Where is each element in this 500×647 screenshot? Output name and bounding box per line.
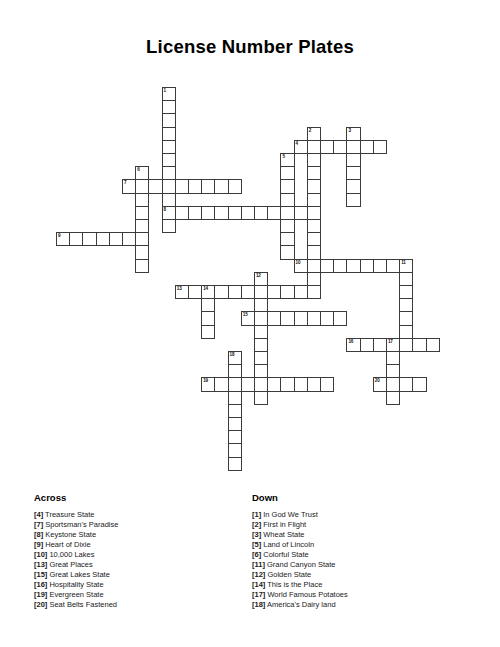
cell-number: 17 <box>388 339 393 344</box>
grid-cell[interactable] <box>386 391 400 405</box>
clue-text: Great Places <box>47 560 92 569</box>
cell-number: 1 <box>164 88 166 93</box>
clue-number: [12] <box>252 570 265 579</box>
across-clue-13: [13] Great Places <box>34 560 246 570</box>
grid-cell[interactable] <box>320 377 334 391</box>
cell-number: 16 <box>348 339 353 344</box>
grid-cell[interactable] <box>175 179 189 193</box>
grid-cell[interactable]: 19 <box>201 377 215 391</box>
grid-cell[interactable] <box>307 166 321 180</box>
grid-cell[interactable] <box>201 311 215 325</box>
grid-cell[interactable]: 6 <box>135 166 149 180</box>
worksheet-page: License Number Plates 478910111314151617… <box>0 0 500 647</box>
grid-cell[interactable] <box>228 285 242 299</box>
grid-cell[interactable]: 14 <box>201 285 215 299</box>
grid-cell[interactable] <box>373 259 387 273</box>
grid-cell[interactable] <box>201 325 215 339</box>
grid-cell[interactable] <box>162 193 176 207</box>
grid-cell[interactable] <box>214 179 228 193</box>
clue-number: [17] <box>252 590 265 599</box>
grid-cell[interactable] <box>267 377 281 391</box>
grid-cell[interactable] <box>307 140 321 154</box>
grid-cell[interactable] <box>267 206 281 220</box>
grid-cell[interactable] <box>254 298 268 312</box>
grid-cell[interactable] <box>280 179 294 193</box>
clue-text: Land of Lincoln <box>261 540 314 549</box>
cell-number: 20 <box>375 378 380 383</box>
grid-cell[interactable] <box>373 338 387 352</box>
grid-cell[interactable] <box>188 285 202 299</box>
cell-number: 18 <box>230 352 235 357</box>
clue-number: [18] <box>252 600 265 609</box>
grid-cell[interactable] <box>280 232 294 246</box>
grid-cell[interactable] <box>307 245 321 259</box>
grid-cell[interactable] <box>162 166 176 180</box>
grid-cell[interactable] <box>346 140 360 154</box>
grid-cell[interactable] <box>201 298 215 312</box>
grid-cell[interactable] <box>162 153 176 167</box>
grid-cell[interactable] <box>201 179 215 193</box>
grid-cell[interactable] <box>254 285 268 299</box>
clue-number: [8] <box>34 530 43 539</box>
down-header: Down <box>252 492 464 503</box>
grid-cell[interactable] <box>135 219 149 233</box>
down-clue-11: [11] Grand Canyon State <box>252 560 464 570</box>
grid-cell[interactable] <box>228 457 242 471</box>
grid-cell[interactable]: 17 <box>386 338 400 352</box>
grid-cell[interactable]: 16 <box>346 338 360 352</box>
across-header: Across <box>34 492 246 503</box>
grid-cell[interactable]: 5 <box>280 153 294 167</box>
grid-cell[interactable] <box>412 377 426 391</box>
clue-number: [20] <box>34 600 47 609</box>
grid-cell[interactable] <box>280 219 294 233</box>
grid-cell[interactable] <box>294 285 308 299</box>
clue-text: First in Flight <box>261 520 306 529</box>
grid-cell[interactable] <box>360 140 374 154</box>
grid-cell[interactable]: 9 <box>56 232 70 246</box>
across-clue-4: [4] Treasure State <box>34 510 246 520</box>
cell-number: 3 <box>348 128 350 133</box>
grid-cell[interactable] <box>254 391 268 405</box>
cell-number: 10 <box>296 260 301 265</box>
grid-cell[interactable] <box>214 377 228 391</box>
grid-cell[interactable] <box>307 219 321 233</box>
grid-cell[interactable] <box>386 377 400 391</box>
down-clue-6: [6] Colorful State <box>252 550 464 560</box>
grid-cell[interactable] <box>360 338 374 352</box>
grid-cell[interactable] <box>307 232 321 246</box>
grid-cell[interactable] <box>162 219 176 233</box>
grid-cell[interactable] <box>96 232 110 246</box>
grid-cell[interactable] <box>307 153 321 167</box>
grid-cell[interactable] <box>109 232 123 246</box>
grid-cell[interactable] <box>228 179 242 193</box>
crossword-grid: 4789101113141516171920123561218 <box>56 87 440 471</box>
grid-cell[interactable] <box>346 166 360 180</box>
cell-number: 9 <box>58 233 60 238</box>
grid-cell[interactable] <box>386 364 400 378</box>
clue-number: [10] <box>34 550 47 559</box>
cell-number: 5 <box>282 154 284 159</box>
across-clue-15: [15] Great Lakes State <box>34 570 246 580</box>
grid-cell[interactable] <box>346 193 360 207</box>
grid-cell[interactable] <box>135 259 149 273</box>
grid-cell[interactable] <box>346 259 360 273</box>
grid-cell[interactable] <box>228 364 242 378</box>
clue-number: [16] <box>34 580 47 589</box>
grid-cell[interactable] <box>267 285 281 299</box>
grid-cell[interactable]: 8 <box>162 206 176 220</box>
clue-text: Wheat State <box>261 530 304 539</box>
down-clue-1: [1] In God We Trust <box>252 510 464 520</box>
down-clue-5: [5] Land of Lincoln <box>252 540 464 550</box>
grid-cell[interactable] <box>82 232 96 246</box>
grid-cell[interactable] <box>201 206 215 220</box>
grid-cell[interactable] <box>307 377 321 391</box>
grid-cell[interactable] <box>175 206 189 220</box>
grid-cell[interactable] <box>399 298 413 312</box>
clue-number: [3] <box>252 530 261 539</box>
clue-text: America's Dairy land <box>265 600 335 609</box>
cell-number: 6 <box>137 167 139 172</box>
grid-cell[interactable] <box>333 311 347 325</box>
grid-cell[interactable] <box>346 179 360 193</box>
clue-text: Hospitality State <box>47 580 103 589</box>
grid-cell[interactable] <box>241 285 255 299</box>
grid-cell[interactable]: 11 <box>399 259 413 273</box>
across-clue-8: [8] Keystone State <box>34 530 246 540</box>
grid-cell[interactable] <box>241 206 255 220</box>
grid-cell[interactable] <box>307 311 321 325</box>
across-clue-9: [9] Heart of Dixie <box>34 540 246 550</box>
grid-cell[interactable] <box>280 311 294 325</box>
down-clue-18: [18] America's Dairy land <box>252 600 464 610</box>
clue-text: Treasure State <box>43 510 94 519</box>
clue-number: [6] <box>252 550 261 559</box>
cell-number: 19 <box>203 378 208 383</box>
grid-cell[interactable] <box>333 140 347 154</box>
across-clues-section: Across [4] Treasure State[7] Sportsman's… <box>34 492 246 610</box>
clue-number: [5] <box>252 540 261 549</box>
grid-cell[interactable] <box>320 140 334 154</box>
grid-cell[interactable] <box>122 232 136 246</box>
grid-cell[interactable] <box>280 377 294 391</box>
grid-cell[interactable] <box>162 140 176 154</box>
down-clue-list: [1] In God We Trust[2] First in Flight[3… <box>252 510 464 610</box>
across-clue-list: [4] Treasure State[7] Sportsman's Paradi… <box>34 510 246 610</box>
grid-cell[interactable] <box>228 377 242 391</box>
grid-cell[interactable] <box>320 311 334 325</box>
grid-cell[interactable] <box>412 338 426 352</box>
clue-text: Keystone State <box>43 530 96 539</box>
grid-cell[interactable]: 20 <box>373 377 387 391</box>
grid-cell[interactable] <box>280 206 294 220</box>
grid-cell[interactable] <box>228 443 242 457</box>
clue-text: Great Lakes State <box>47 570 110 579</box>
grid-cell[interactable] <box>386 259 400 273</box>
clue-text: 10,000 Lakes <box>47 550 94 559</box>
grid-cell[interactable] <box>373 140 387 154</box>
clue-number: [13] <box>34 560 47 569</box>
clue-text: This is the Place <box>265 580 322 589</box>
grid-cell[interactable] <box>241 377 255 391</box>
cell-number: 2 <box>309 128 311 133</box>
across-clue-16: [16] Hospitality State <box>34 580 246 590</box>
grid-cell[interactable] <box>254 364 268 378</box>
grid-cell[interactable] <box>254 351 268 365</box>
grid-cell[interactable] <box>188 179 202 193</box>
grid-cell[interactable] <box>254 311 268 325</box>
clue-number: [1] <box>252 510 261 519</box>
across-clue-7: [7] Sportsman's Paradise <box>34 520 246 530</box>
grid-cell[interactable]: 3 <box>346 127 360 141</box>
grid-cell[interactable] <box>399 377 413 391</box>
grid-cell[interactable] <box>162 179 176 193</box>
clue-text: Colorful State <box>261 550 309 559</box>
grid-cell[interactable] <box>162 100 176 114</box>
grid-cell[interactable] <box>360 259 374 273</box>
clue-text: World Famous Potatoes <box>265 590 347 599</box>
grid-cell[interactable] <box>228 430 242 444</box>
down-clue-14: [14] This is the Place <box>252 580 464 590</box>
grid-cell[interactable] <box>188 206 202 220</box>
grid-cell[interactable] <box>228 391 242 405</box>
cell-number: 4 <box>296 141 298 146</box>
clue-number: [2] <box>252 520 261 529</box>
grid-cell[interactable] <box>267 311 281 325</box>
grid-cell[interactable] <box>254 206 268 220</box>
grid-cell[interactable] <box>307 272 321 286</box>
grid-cell[interactable]: 10 <box>294 259 308 273</box>
grid-cell[interactable] <box>346 153 360 167</box>
cell-number: 11 <box>401 260 405 265</box>
grid-cell[interactable] <box>333 259 347 273</box>
cell-number: 13 <box>177 286 182 291</box>
grid-cell[interactable] <box>280 245 294 259</box>
grid-cell[interactable] <box>135 232 149 246</box>
grid-cell[interactable]: 1 <box>162 87 176 101</box>
grid-cell[interactable] <box>254 338 268 352</box>
grid-cell[interactable] <box>280 285 294 299</box>
grid-cell[interactable] <box>280 166 294 180</box>
grid-cell[interactable] <box>426 338 440 352</box>
grid-cell[interactable] <box>135 206 149 220</box>
grid-cell[interactable]: 2 <box>307 127 321 141</box>
grid-cell[interactable] <box>228 404 242 418</box>
down-clue-12: [12] Golden State <box>252 570 464 580</box>
grid-cell[interactable] <box>294 311 308 325</box>
grid-cell[interactable] <box>214 206 228 220</box>
cell-number: 15 <box>243 312 248 317</box>
grid-cell[interactable] <box>148 179 162 193</box>
grid-cell[interactable] <box>399 285 413 299</box>
grid-cell[interactable] <box>307 206 321 220</box>
grid-cell[interactable] <box>399 325 413 339</box>
grid-cell[interactable] <box>386 351 400 365</box>
grid-cell[interactable] <box>162 127 176 141</box>
clue-text: Heart of Dixie <box>43 540 91 549</box>
grid-cell[interactable] <box>399 311 413 325</box>
clue-number: [15] <box>34 570 47 579</box>
grid-cell[interactable] <box>307 285 321 299</box>
clue-text: Golden State <box>265 570 311 579</box>
grid-cell[interactable] <box>294 206 308 220</box>
clue-number: [14] <box>252 580 265 589</box>
puzzle-title: License Number Plates <box>0 36 500 58</box>
clue-text: Seat Belts Fastened <box>47 600 117 609</box>
grid-cell[interactable]: 4 <box>294 140 308 154</box>
grid-cell[interactable]: 15 <box>241 311 255 325</box>
grid-cell[interactable] <box>214 285 228 299</box>
grid-cell[interactable] <box>135 245 149 259</box>
grid-cell[interactable] <box>135 179 149 193</box>
grid-cell[interactable]: 18 <box>228 351 242 365</box>
down-clue-17: [17] World Famous Potatoes <box>252 590 464 600</box>
grid-cell[interactable] <box>228 417 242 431</box>
clue-text: Evergreen State <box>47 590 103 599</box>
cell-number: 14 <box>203 286 208 291</box>
across-clue-20: [20] Seat Belts Fastened <box>34 600 246 610</box>
grid-cell[interactable] <box>280 193 294 207</box>
clue-number: [9] <box>34 540 43 549</box>
across-clue-19: [19] Evergreen State <box>34 590 246 600</box>
across-clue-10: [10] 10,000 Lakes <box>34 550 246 560</box>
grid-cell[interactable] <box>399 338 413 352</box>
down-clue-2: [2] First in Flight <box>252 520 464 530</box>
grid-cell[interactable] <box>228 206 242 220</box>
grid-cell[interactable] <box>254 377 268 391</box>
grid-cell[interactable] <box>254 325 268 339</box>
clue-number: [11] <box>252 560 265 569</box>
down-clue-3: [3] Wheat State <box>252 530 464 540</box>
cell-number: 7 <box>124 180 126 185</box>
grid-cell[interactable]: 12 <box>254 272 268 286</box>
grid-cell[interactable] <box>135 193 149 207</box>
clue-text: Sportsman's Paradise <box>43 520 118 529</box>
grid-cell[interactable]: 7 <box>122 179 136 193</box>
grid-cell[interactable]: 13 <box>175 285 189 299</box>
clue-number: [4] <box>34 510 43 519</box>
down-clues-section: Down [1] In God We Trust[2] First in Fli… <box>252 492 464 610</box>
grid-cell[interactable] <box>307 193 321 207</box>
grid-cell[interactable] <box>69 232 83 246</box>
clue-text: Grand Canyon State <box>265 560 335 569</box>
grid-cell[interactable] <box>399 272 413 286</box>
grid-cell[interactable] <box>294 377 308 391</box>
grid-cell[interactable] <box>320 259 334 273</box>
cell-number: 12 <box>256 273 261 278</box>
clue-number: [7] <box>34 520 43 529</box>
grid-cell[interactable] <box>307 259 321 273</box>
grid-cell[interactable] <box>162 113 176 127</box>
cell-number: 8 <box>164 207 166 212</box>
clue-text: In God We Trust <box>261 510 318 519</box>
clue-number: [19] <box>34 590 47 599</box>
grid-cell[interactable] <box>307 179 321 193</box>
